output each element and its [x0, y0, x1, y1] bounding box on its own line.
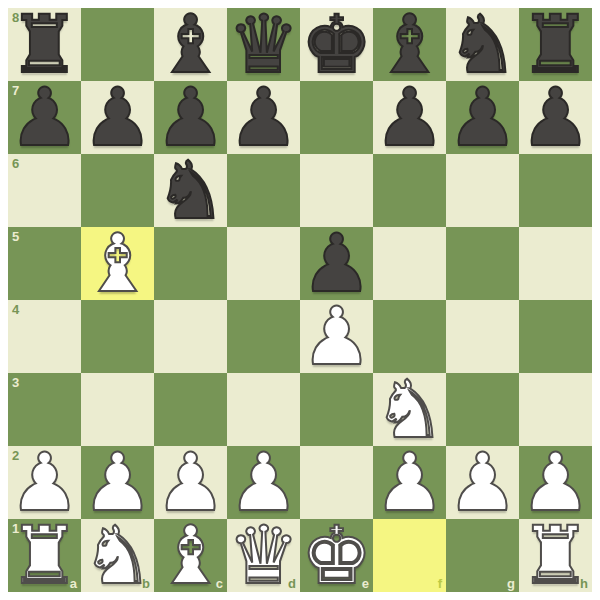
square-e1[interactable]: e♚	[300, 519, 373, 592]
white-king[interactable]: ♚	[300, 519, 373, 592]
square-b5[interactable]: ♝	[81, 227, 154, 300]
white-bishop[interactable]: ♝	[81, 227, 154, 300]
white-pawn[interactable]: ♟	[373, 446, 446, 519]
square-a6[interactable]: 6	[8, 154, 81, 227]
rank-label-3: 3	[12, 376, 19, 389]
black-pawn[interactable]: ♟	[519, 81, 592, 154]
square-g5[interactable]	[446, 227, 519, 300]
white-rook[interactable]: ♜	[519, 519, 592, 592]
chess-app-page: 8♜♝♛♚♝♞♜7♟♟♟♟♟♟♟6♞5♝♟4♟3♞2♟♟♟♟♟♟♟1a♜b♞c♝…	[0, 0, 600, 600]
black-knight[interactable]: ♞	[154, 154, 227, 227]
black-king[interactable]: ♚	[300, 8, 373, 81]
square-b1[interactable]: b♞	[81, 519, 154, 592]
black-pawn[interactable]: ♟	[446, 81, 519, 154]
white-rook[interactable]: ♜	[8, 519, 81, 592]
square-c4[interactable]	[154, 300, 227, 373]
white-pawn[interactable]: ♟	[300, 300, 373, 373]
square-h4[interactable]	[519, 300, 592, 373]
white-bishop[interactable]: ♝	[154, 519, 227, 592]
black-pawn[interactable]: ♟	[373, 81, 446, 154]
square-a5[interactable]: 5	[8, 227, 81, 300]
square-f1[interactable]: f	[373, 519, 446, 592]
square-f6[interactable]	[373, 154, 446, 227]
square-g4[interactable]	[446, 300, 519, 373]
square-f2[interactable]: ♟	[373, 446, 446, 519]
square-a4[interactable]: 4	[8, 300, 81, 373]
square-e8[interactable]: ♚	[300, 8, 373, 81]
rank-label-6: 6	[12, 157, 19, 170]
black-pawn[interactable]: ♟	[8, 81, 81, 154]
square-a1[interactable]: 1a♜	[8, 519, 81, 592]
chess-board: 8♜♝♛♚♝♞♜7♟♟♟♟♟♟♟6♞5♝♟4♟3♞2♟♟♟♟♟♟♟1a♜b♞c♝…	[8, 8, 592, 592]
square-h5[interactable]	[519, 227, 592, 300]
square-f7[interactable]: ♟	[373, 81, 446, 154]
black-pawn[interactable]: ♟	[81, 81, 154, 154]
black-pawn[interactable]: ♟	[227, 81, 300, 154]
square-g1[interactable]: g	[446, 519, 519, 592]
square-b7[interactable]: ♟	[81, 81, 154, 154]
square-e4[interactable]: ♟	[300, 300, 373, 373]
square-d6[interactable]	[227, 154, 300, 227]
square-g2[interactable]: ♟	[446, 446, 519, 519]
white-pawn[interactable]: ♟	[446, 446, 519, 519]
file-label-g: g	[507, 577, 515, 590]
square-e3[interactable]	[300, 373, 373, 446]
square-h6[interactable]	[519, 154, 592, 227]
square-c6[interactable]: ♞	[154, 154, 227, 227]
square-e7[interactable]	[300, 81, 373, 154]
square-g7[interactable]: ♟	[446, 81, 519, 154]
square-h1[interactable]: h♜	[519, 519, 592, 592]
square-a7[interactable]: 7♟	[8, 81, 81, 154]
white-queen[interactable]: ♛	[227, 519, 300, 592]
rank-label-5: 5	[12, 230, 19, 243]
square-d1[interactable]: d♛	[227, 519, 300, 592]
square-c1[interactable]: c♝	[154, 519, 227, 592]
square-g6[interactable]	[446, 154, 519, 227]
square-f5[interactable]	[373, 227, 446, 300]
square-h7[interactable]: ♟	[519, 81, 592, 154]
square-b4[interactable]	[81, 300, 154, 373]
white-knight[interactable]: ♞	[81, 519, 154, 592]
rank-label-4: 4	[12, 303, 19, 316]
square-d4[interactable]	[227, 300, 300, 373]
square-d7[interactable]: ♟	[227, 81, 300, 154]
square-d5[interactable]	[227, 227, 300, 300]
square-c5[interactable]	[154, 227, 227, 300]
file-label-f: f	[438, 577, 442, 590]
